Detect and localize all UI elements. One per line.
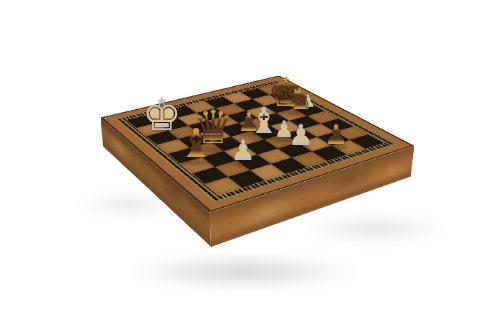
chess-case bbox=[140, 53, 362, 269]
product-photo-scene: ♚♝♛♟♝♟♟♚♞♟♟♟ bbox=[0, 0, 480, 320]
board-top bbox=[100, 75, 414, 212]
